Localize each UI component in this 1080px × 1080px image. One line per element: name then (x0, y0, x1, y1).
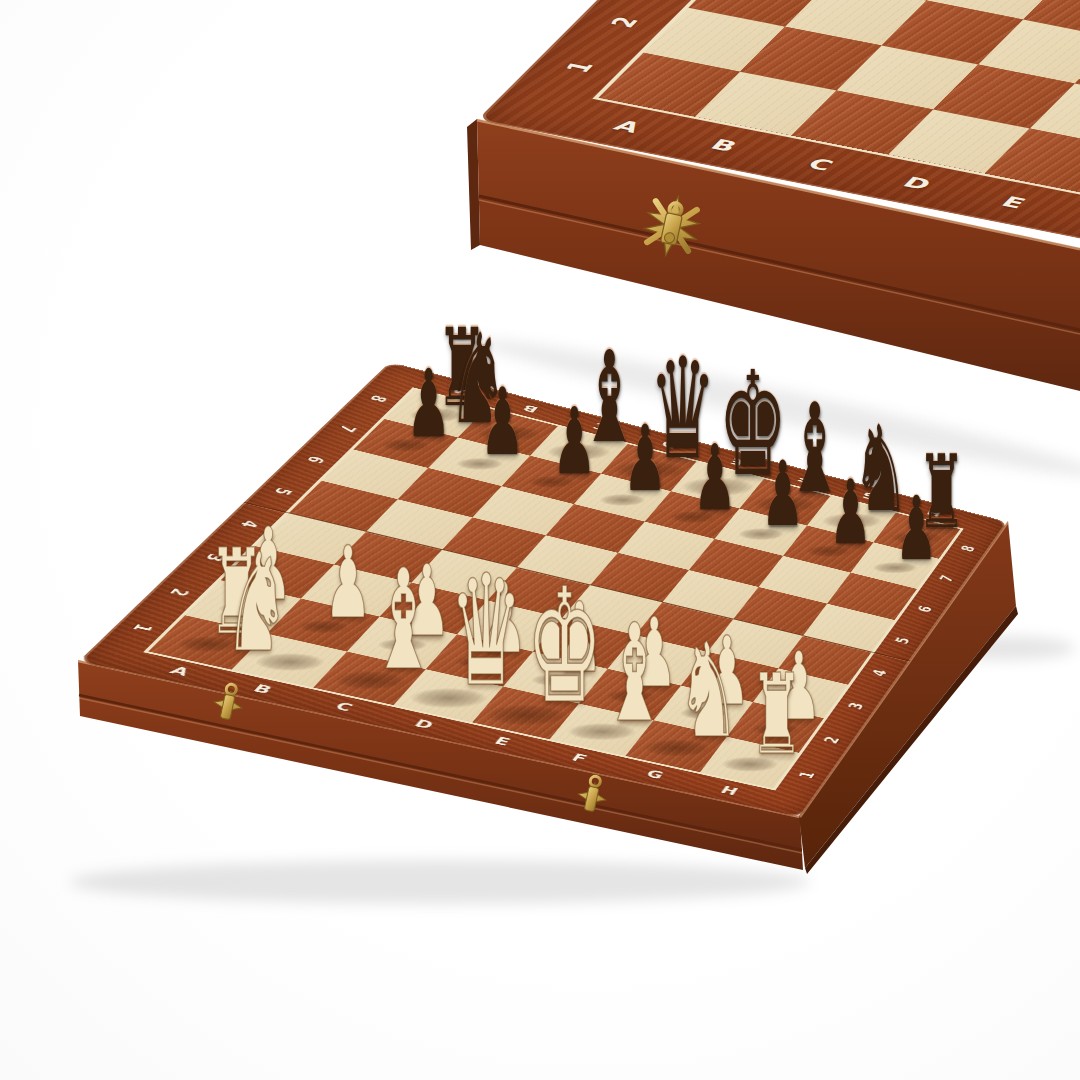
scene-photo-chess-set: AA11BB22CC33DD44EE55FF66GG77HH88 ABCDE12… (0, 0, 1080, 1080)
pieces-layer: ♜♞♝♛♚♝♞♜♟♟♟♟♟♟♟♟♟♟♟♟♟♟♟♟♜♞♝♛♚♝♞♜ (0, 0, 1080, 1080)
